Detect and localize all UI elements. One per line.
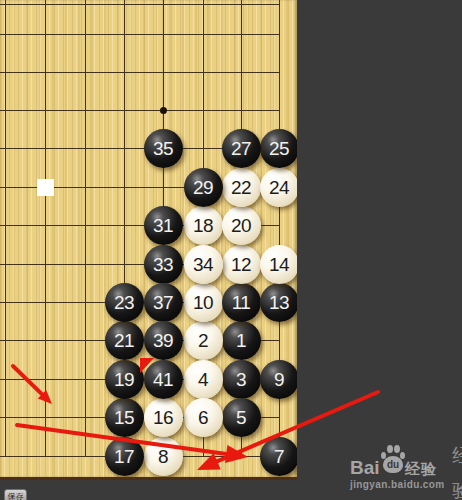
stone-black-3: 3 [222,360,261,399]
stone-black-29: 29 [184,168,223,207]
stone-white-6: 6 [184,398,223,437]
jingyan-url-text: jingyan.baidu.com [350,479,445,490]
stone-black-35: 35 [144,129,183,168]
stone-white-12: 12 [222,245,261,284]
grid-line-vertical [45,0,46,457]
stone-white-16: 16 [144,398,183,437]
stone-white-24: 24 [260,168,298,207]
stone-black-17: 17 [105,437,144,476]
stone-white-22: 22 [222,168,261,207]
go-board[interactable]: 1234567891011121314151617181920212223242… [0,0,297,480]
grid-line-vertical [5,0,6,457]
stone-black-15: 15 [105,398,144,437]
stone-black-39: 39 [144,321,183,360]
jingyan-logo-text: 经验 [405,460,437,479]
stone-black-1: 1 [222,321,261,360]
star-point [160,107,167,114]
screenshot-stage: 1234567891011121314151617181920212223242… [0,0,462,500]
stone-black-7: 7 [260,437,298,476]
grid-line-horizontal [0,4,280,5]
stone-black-37: 37 [144,283,183,322]
baidu-logo-text-du: du [384,459,402,470]
baidu-paw-icon: du [381,444,405,475]
stone-black-33: 33 [144,245,183,284]
stone-white-8: 8 [144,437,183,476]
grid-line-vertical [85,0,86,457]
stone-black-19: 19 [105,360,144,399]
stone-white-20: 20 [222,206,261,245]
stone-black-31: 31 [144,206,183,245]
last-move-triangle-marker [140,358,154,373]
stone-white-18: 18 [184,206,223,245]
stone-white-2: 2 [184,321,223,360]
stone-black-27: 27 [222,129,261,168]
stone-white-4: 4 [184,360,223,399]
stone-white-14: 14 [260,245,298,284]
bottom-left-button[interactable]: 保存 [4,489,27,500]
stone-black-23: 23 [105,283,144,322]
baidu-logo-text-bai: Bai [350,457,380,479]
side-watermark-char: 经 [452,443,462,469]
stone-black-13: 13 [260,283,298,322]
stone-black-21: 21 [105,321,144,360]
stone-black-5: 5 [222,398,261,437]
white-square-marker [37,179,54,196]
grid-line-horizontal [0,34,280,35]
clipped-side-watermark: 经验 [452,443,462,500]
side-watermark-char: 验 [452,478,462,500]
stone-white-34: 34 [184,245,223,284]
baidu-jingyan-watermark: Bai du 经验 jingyan.baidu.com [348,444,448,494]
grid-line-horizontal [0,110,280,111]
stone-black-11: 11 [222,283,261,322]
grid-line-horizontal [0,72,280,73]
stone-black-9: 9 [260,360,298,399]
stone-black-25: 25 [260,129,298,168]
stone-white-10: 10 [184,283,223,322]
